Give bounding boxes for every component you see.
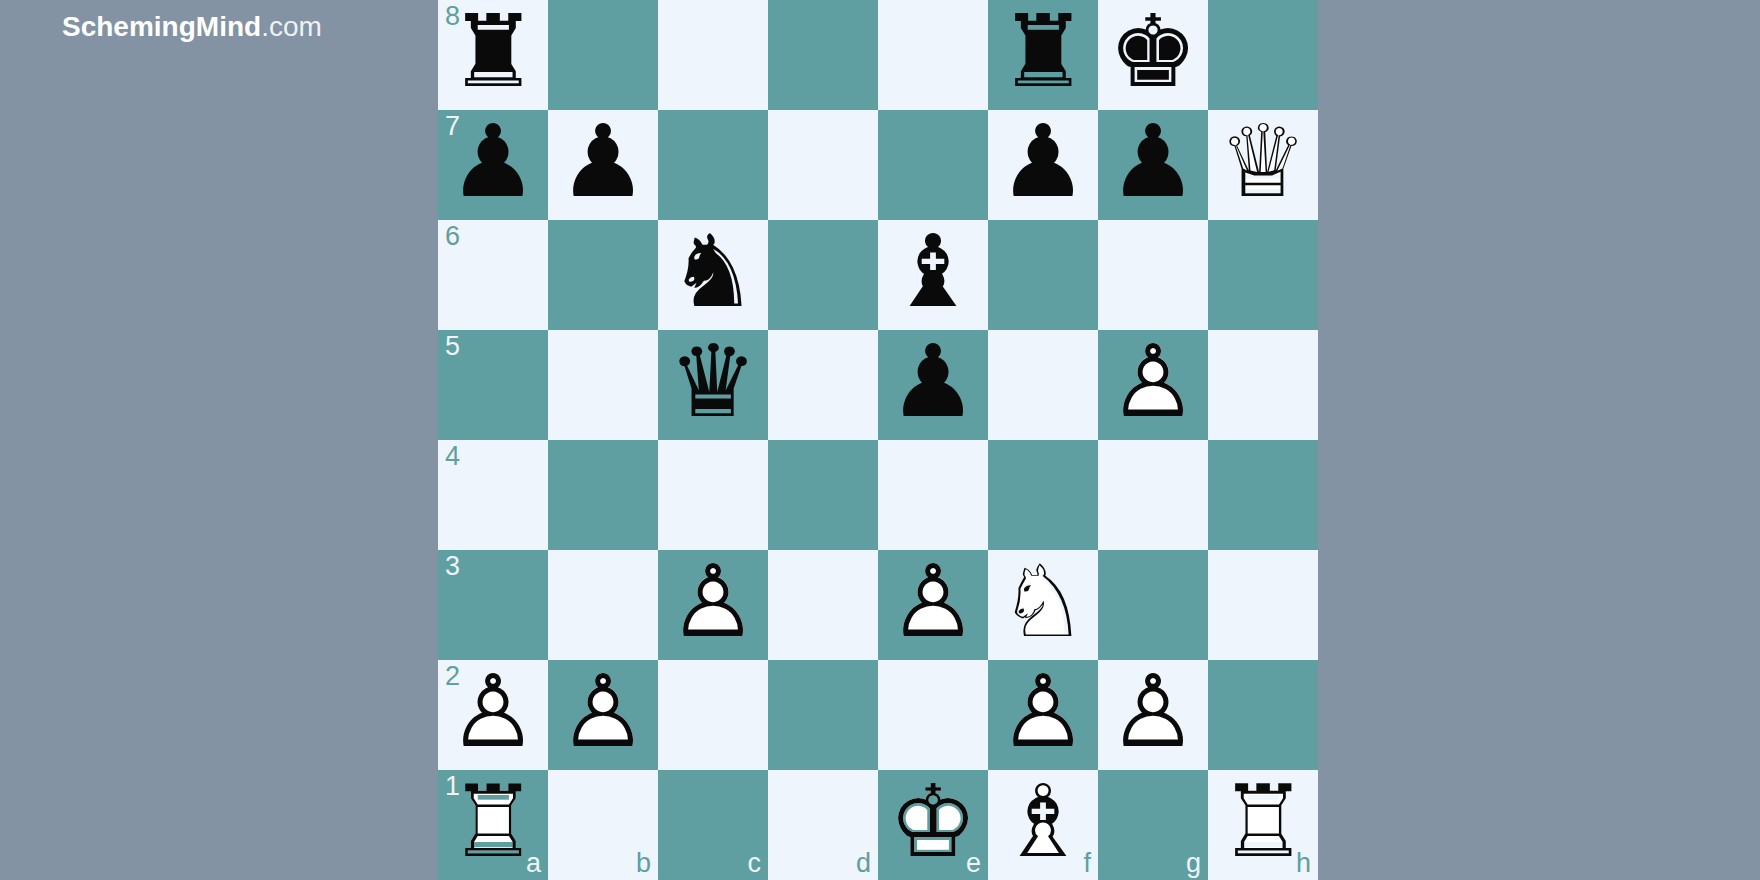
piece-glyph-outline: ♙ — [658, 550, 768, 660]
piece-glyph-fill: ♝ — [878, 220, 988, 330]
piece-white-pawn[interactable]: ♟♙ — [658, 550, 768, 660]
piece-white-pawn[interactable]: ♟♙ — [988, 660, 1098, 770]
square-b7[interactable]: ♟ — [548, 110, 658, 220]
square-g4[interactable] — [1098, 440, 1208, 550]
square-g3[interactable] — [1098, 550, 1208, 660]
square-a4[interactable]: 4 — [438, 440, 548, 550]
piece-black-king[interactable]: ♚ — [1098, 0, 1208, 110]
page-background: SchemingMind.com 8♜♜♚7♟♟♟♟♛♕6♞♝5♛♟♟♙43♟♙… — [0, 0, 1760, 880]
piece-glyph-fill: ♟ — [438, 110, 548, 220]
piece-white-pawn[interactable]: ♟♙ — [1098, 330, 1208, 440]
square-e2[interactable] — [878, 660, 988, 770]
piece-white-bishop[interactable]: ♝♗ — [988, 770, 1098, 880]
file-label-c: c — [748, 850, 762, 877]
piece-glyph-fill: ♜ — [438, 0, 548, 110]
square-g8[interactable]: ♚ — [1098, 0, 1208, 110]
square-e3[interactable]: ♟♙ — [878, 550, 988, 660]
square-g1[interactable]: g — [1098, 770, 1208, 880]
file-label-d: d — [856, 850, 871, 877]
square-h6[interactable] — [1208, 220, 1318, 330]
piece-glyph-outline: ♘ — [988, 550, 1098, 660]
piece-black-bishop[interactable]: ♝ — [878, 220, 988, 330]
square-b6[interactable] — [548, 220, 658, 330]
square-d2[interactable] — [768, 660, 878, 770]
piece-black-rook[interactable]: ♜ — [438, 0, 548, 110]
square-g5[interactable]: ♟♙ — [1098, 330, 1208, 440]
square-c4[interactable] — [658, 440, 768, 550]
piece-white-king[interactable]: ♚♔ — [878, 770, 988, 880]
chess-board: 8♜♜♚7♟♟♟♟♛♕6♞♝5♛♟♟♙43♟♙♟♙♞♘2♟♙♟♙♟♙♟♙1a♜♖… — [438, 0, 1318, 880]
square-h3[interactable] — [1208, 550, 1318, 660]
square-a2[interactable]: 2♟♙ — [438, 660, 548, 770]
square-g2[interactable]: ♟♙ — [1098, 660, 1208, 770]
piece-white-rook[interactable]: ♜♖ — [438, 770, 548, 880]
rank-label-5: 5 — [445, 333, 460, 360]
square-f3[interactable]: ♞♘ — [988, 550, 1098, 660]
square-f1[interactable]: f♝♗ — [988, 770, 1098, 880]
square-b4[interactable] — [548, 440, 658, 550]
square-e8[interactable] — [878, 0, 988, 110]
square-d6[interactable] — [768, 220, 878, 330]
piece-white-pawn[interactable]: ♟♙ — [438, 660, 548, 770]
piece-glyph-outline: ♙ — [988, 660, 1098, 770]
file-label-b: b — [636, 850, 651, 877]
piece-glyph-fill: ♚ — [1098, 0, 1208, 110]
piece-black-pawn[interactable]: ♟ — [438, 110, 548, 220]
square-b8[interactable] — [548, 0, 658, 110]
square-g6[interactable] — [1098, 220, 1208, 330]
square-c7[interactable] — [658, 110, 768, 220]
site-logo[interactable]: SchemingMind.com — [62, 11, 322, 43]
square-h5[interactable] — [1208, 330, 1318, 440]
square-c5[interactable]: ♛ — [658, 330, 768, 440]
square-e5[interactable]: ♟ — [878, 330, 988, 440]
piece-white-rook[interactable]: ♜♖ — [1208, 770, 1318, 880]
piece-black-queen[interactable]: ♛ — [658, 330, 768, 440]
square-d4[interactable] — [768, 440, 878, 550]
piece-glyph-fill: ♟ — [548, 110, 658, 220]
square-f2[interactable]: ♟♙ — [988, 660, 1098, 770]
piece-glyph-outline: ♙ — [1098, 660, 1208, 770]
piece-glyph-fill: ♟ — [988, 110, 1098, 220]
file-label-g: g — [1186, 850, 1201, 877]
rank-label-3: 3 — [445, 553, 460, 580]
square-a3[interactable]: 3 — [438, 550, 548, 660]
piece-white-pawn[interactable]: ♟♙ — [878, 550, 988, 660]
piece-black-pawn[interactable]: ♟ — [548, 110, 658, 220]
piece-black-knight[interactable]: ♞ — [658, 220, 768, 330]
site-logo-brand: SchemingMind — [62, 11, 261, 42]
piece-glyph-outline: ♙ — [438, 660, 548, 770]
square-c1[interactable]: c — [658, 770, 768, 880]
square-f8[interactable]: ♜ — [988, 0, 1098, 110]
square-h2[interactable] — [1208, 660, 1318, 770]
square-c3[interactable]: ♟♙ — [658, 550, 768, 660]
square-h1[interactable]: h♜♖ — [1208, 770, 1318, 880]
piece-white-pawn[interactable]: ♟♙ — [1098, 660, 1208, 770]
site-logo-suffix: .com — [261, 11, 322, 42]
piece-glyph-fill: ♟ — [1098, 110, 1208, 220]
square-d7[interactable] — [768, 110, 878, 220]
square-d8[interactable] — [768, 0, 878, 110]
rank-label-6: 6 — [445, 223, 460, 250]
rank-label-4: 4 — [445, 443, 460, 470]
piece-glyph-outline: ♗ — [988, 770, 1098, 880]
piece-glyph-outline: ♙ — [1098, 330, 1208, 440]
square-d1[interactable]: d — [768, 770, 878, 880]
piece-black-rook[interactable]: ♜ — [988, 0, 1098, 110]
square-d3[interactable] — [768, 550, 878, 660]
piece-glyph-fill: ♟ — [878, 330, 988, 440]
square-c6[interactable]: ♞ — [658, 220, 768, 330]
square-b5[interactable] — [548, 330, 658, 440]
square-d5[interactable] — [768, 330, 878, 440]
square-e7[interactable] — [878, 110, 988, 220]
square-e6[interactable]: ♝ — [878, 220, 988, 330]
square-a8[interactable]: 8♜ — [438, 0, 548, 110]
piece-white-knight[interactable]: ♞♘ — [988, 550, 1098, 660]
piece-glyph-outline: ♖ — [1208, 770, 1318, 880]
square-a7[interactable]: 7♟ — [438, 110, 548, 220]
square-a6[interactable]: 6 — [438, 220, 548, 330]
square-f4[interactable] — [988, 440, 1098, 550]
square-b1[interactable]: b — [548, 770, 658, 880]
square-h8[interactable] — [1208, 0, 1318, 110]
piece-glyph-outline: ♔ — [878, 770, 988, 880]
square-b2[interactable]: ♟♙ — [548, 660, 658, 770]
square-e4[interactable] — [878, 440, 988, 550]
piece-black-pawn[interactable]: ♟ — [988, 110, 1098, 220]
piece-glyph-fill: ♜ — [988, 0, 1098, 110]
piece-white-queen[interactable]: ♛♕ — [1208, 110, 1318, 220]
piece-white-pawn[interactable]: ♟♙ — [548, 660, 658, 770]
square-a1[interactable]: 1a♜♖ — [438, 770, 548, 880]
piece-glyph-outline: ♖ — [438, 770, 548, 880]
piece-black-pawn[interactable]: ♟ — [1098, 110, 1208, 220]
square-f6[interactable] — [988, 220, 1098, 330]
square-b3[interactable] — [548, 550, 658, 660]
piece-black-pawn[interactable]: ♟ — [878, 330, 988, 440]
square-h4[interactable] — [1208, 440, 1318, 550]
piece-glyph-outline: ♕ — [1208, 110, 1318, 220]
piece-glyph-fill: ♞ — [658, 220, 768, 330]
square-f5[interactable] — [988, 330, 1098, 440]
square-a5[interactable]: 5 — [438, 330, 548, 440]
square-c8[interactable] — [658, 0, 768, 110]
square-c2[interactable] — [658, 660, 768, 770]
square-g7[interactable]: ♟ — [1098, 110, 1208, 220]
piece-glyph-outline: ♙ — [878, 550, 988, 660]
piece-glyph-outline: ♙ — [548, 660, 658, 770]
square-f7[interactable]: ♟ — [988, 110, 1098, 220]
square-e1[interactable]: e♚♔ — [878, 770, 988, 880]
square-h7[interactable]: ♛♕ — [1208, 110, 1318, 220]
piece-glyph-fill: ♛ — [658, 330, 768, 440]
